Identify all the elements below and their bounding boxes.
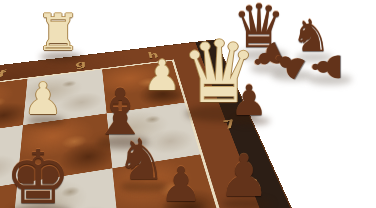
piece-white-rook-border[interactable]: ♜	[36, 8, 81, 58]
piece-white-pawn-g7[interactable]: ♟	[143, 55, 181, 97]
file-label-f: f	[0, 68, 8, 79]
piece-black-pawn-border[interactable]: ♟	[230, 80, 268, 122]
piece-white-pawn-e7[interactable]: ♟	[23, 77, 62, 121]
piece-black-pawn-off-3[interactable]: ♟	[308, 50, 346, 84]
piece-black-pawn-g4[interactable]: ♟	[159, 160, 202, 208]
piece-black-pawn-h4[interactable]: ♟	[218, 147, 270, 205]
chess-scene: abcdefgh12345678 ♜♟♟♛♟♝♞♚♟♟♛♞♟♟♟	[0, 0, 376, 208]
piece-black-king-d4[interactable]: ♚	[5, 140, 71, 208]
